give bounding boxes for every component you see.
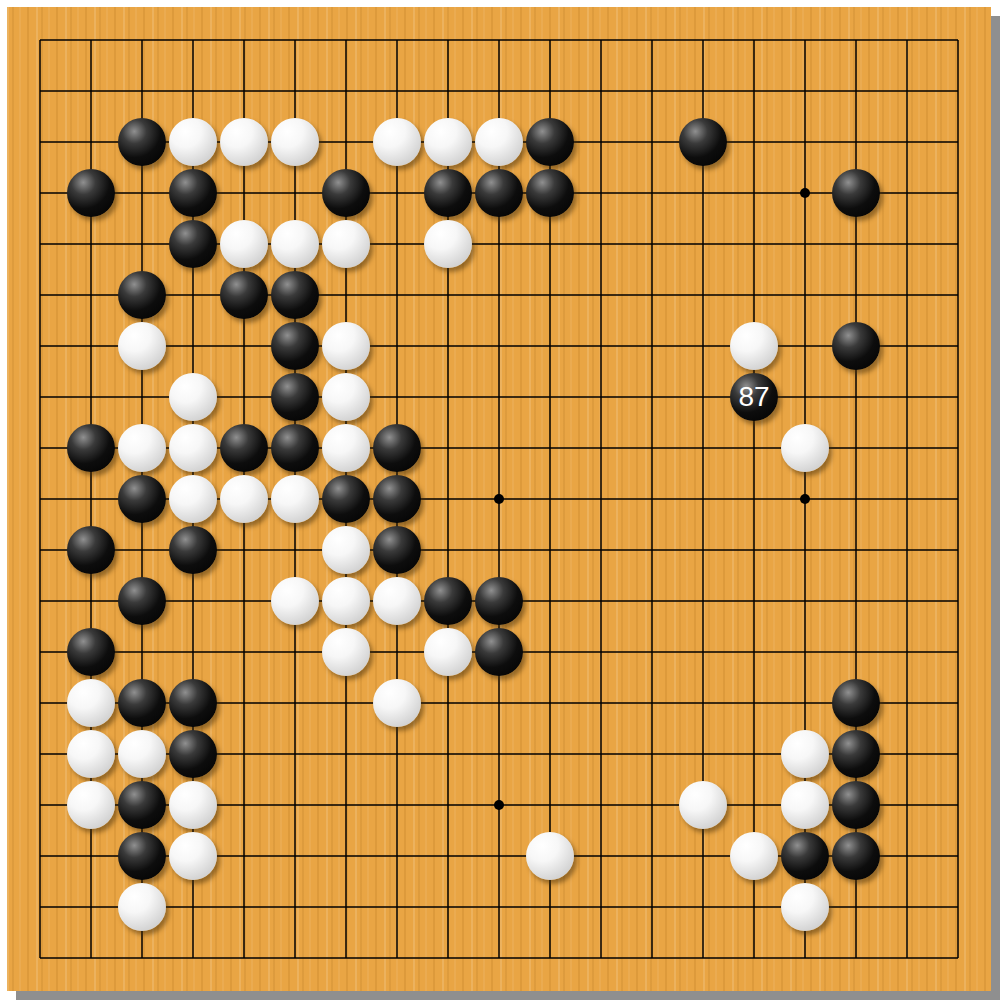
white-stone[interactable] [118, 424, 166, 472]
black-stone[interactable] [373, 526, 421, 574]
white-stone[interactable] [781, 781, 829, 829]
black-stone[interactable] [424, 169, 472, 217]
white-stone[interactable] [781, 424, 829, 472]
white-stone[interactable] [118, 322, 166, 370]
black-stone[interactable] [118, 679, 166, 727]
white-stone[interactable] [424, 220, 472, 268]
white-stone[interactable] [169, 781, 217, 829]
white-stone[interactable] [271, 220, 319, 268]
star-point [800, 188, 810, 198]
black-stone[interactable] [832, 730, 880, 778]
white-stone[interactable] [322, 577, 370, 625]
white-stone[interactable] [424, 628, 472, 676]
black-stone[interactable] [169, 679, 217, 727]
white-stone[interactable] [679, 781, 727, 829]
white-stone[interactable] [271, 577, 319, 625]
go-board[interactable]: 87 [7, 7, 991, 991]
black-stone[interactable] [271, 424, 319, 472]
white-stone[interactable] [781, 883, 829, 931]
white-stone[interactable] [67, 679, 115, 727]
star-point [800, 494, 810, 504]
move-number-label: 87 [738, 383, 769, 411]
white-stone[interactable] [322, 373, 370, 421]
white-stone[interactable] [169, 475, 217, 523]
white-stone[interactable] [322, 424, 370, 472]
white-stone[interactable] [220, 220, 268, 268]
white-stone[interactable] [526, 832, 574, 880]
black-stone[interactable] [832, 169, 880, 217]
black-stone[interactable] [679, 118, 727, 166]
black-stone[interactable] [475, 169, 523, 217]
black-stone[interactable] [271, 373, 319, 421]
white-stone[interactable] [322, 526, 370, 574]
black-stone[interactable] [424, 577, 472, 625]
white-stone[interactable] [424, 118, 472, 166]
black-stone[interactable] [475, 628, 523, 676]
white-stone[interactable] [169, 832, 217, 880]
black-stone[interactable] [832, 781, 880, 829]
white-stone[interactable] [67, 730, 115, 778]
white-stone[interactable] [373, 118, 421, 166]
black-stone[interactable] [526, 118, 574, 166]
white-stone[interactable] [220, 118, 268, 166]
black-stone[interactable] [118, 475, 166, 523]
black-stone[interactable] [169, 220, 217, 268]
white-stone[interactable] [169, 373, 217, 421]
white-stone[interactable] [322, 220, 370, 268]
black-stone[interactable] [322, 169, 370, 217]
black-stone[interactable] [67, 169, 115, 217]
black-stone[interactable] [118, 577, 166, 625]
black-stone[interactable] [118, 781, 166, 829]
white-stone[interactable] [118, 730, 166, 778]
black-stone[interactable] [118, 832, 166, 880]
black-stone[interactable] [220, 424, 268, 472]
black-stone[interactable] [373, 424, 421, 472]
white-stone[interactable] [322, 322, 370, 370]
white-stone[interactable] [118, 883, 166, 931]
white-stone[interactable] [67, 781, 115, 829]
black-stone[interactable] [118, 271, 166, 319]
white-stone[interactable] [220, 475, 268, 523]
white-stone[interactable] [373, 577, 421, 625]
white-stone[interactable] [322, 628, 370, 676]
black-stone[interactable] [220, 271, 268, 319]
black-stone[interactable] [373, 475, 421, 523]
black-stone[interactable] [118, 118, 166, 166]
black-stone[interactable] [169, 730, 217, 778]
black-stone[interactable] [781, 832, 829, 880]
black-stone[interactable] [169, 169, 217, 217]
black-stone[interactable] [526, 169, 574, 217]
black-stone[interactable] [832, 322, 880, 370]
white-stone[interactable] [781, 730, 829, 778]
black-stone[interactable] [271, 271, 319, 319]
white-stone[interactable] [373, 679, 421, 727]
black-stone[interactable] [322, 475, 370, 523]
white-stone[interactable] [271, 475, 319, 523]
white-stone[interactable] [730, 322, 778, 370]
black-stone[interactable] [832, 679, 880, 727]
black-stone[interactable] [67, 526, 115, 574]
black-stone[interactable] [832, 832, 880, 880]
black-stone[interactable] [271, 322, 319, 370]
black-stone[interactable] [169, 526, 217, 574]
star-point [494, 800, 504, 810]
star-point [494, 494, 504, 504]
black-stone[interactable] [67, 628, 115, 676]
white-stone[interactable] [475, 118, 523, 166]
black-stone[interactable] [475, 577, 523, 625]
black-stone[interactable] [67, 424, 115, 472]
white-stone[interactable] [169, 424, 217, 472]
white-stone[interactable] [730, 832, 778, 880]
black-stone-move-87[interactable]: 87 [730, 373, 778, 421]
white-stone[interactable] [271, 118, 319, 166]
white-stone[interactable] [169, 118, 217, 166]
